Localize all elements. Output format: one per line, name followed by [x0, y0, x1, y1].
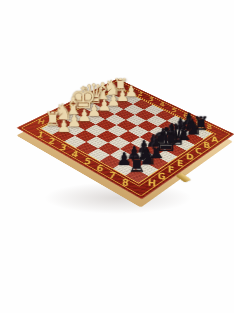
rank-label-near-3: 3	[59, 143, 68, 152]
file-label-far-B: B	[97, 90, 104, 96]
file-label-far-D: D	[78, 99, 86, 106]
rank-label-near-8: 8	[122, 178, 130, 188]
rank-label-near-1: 1	[36, 131, 45, 139]
white-pawn-h2: ♟	[56, 119, 71, 135]
file-label-near-F: F	[167, 165, 174, 174]
rank-label-near-2: 2	[48, 137, 57, 146]
rank-label-near-7: 7	[109, 171, 117, 181]
rank-label-far-7: 7	[195, 118, 201, 125]
file-label-far-A: A	[106, 85, 113, 91]
file-label-far-C: C	[88, 94, 95, 100]
file-label-near-G: G	[157, 172, 165, 182]
rank-label-far-2: 2	[138, 91, 144, 97]
file-label-near-C: C	[194, 147, 201, 156]
file-label-near-H: H	[147, 178, 156, 188]
rank-label-near-4: 4	[71, 150, 80, 159]
file-label-near-A: A	[211, 135, 218, 143]
rank-label-far-8: 8	[207, 124, 213, 131]
file-label-near-B: B	[203, 141, 210, 150]
product-photo: 11AA22BB33CC44DD55EE66FF77GG88HH ♜♟♟♜♞♟♟…	[0, 0, 234, 313]
rank-label-near-5: 5	[83, 157, 91, 166]
file-label-near-D: D	[185, 153, 193, 162]
file-label-near-E: E	[177, 159, 184, 168]
rank-label-far-4: 4	[160, 102, 165, 108]
rank-label-far-1: 1	[127, 86, 133, 92]
black-rook-h8: ♜	[128, 155, 147, 176]
rank-label-near-6: 6	[96, 164, 104, 174]
rank-label-far-5: 5	[172, 107, 177, 113]
rank-label-far-3: 3	[149, 96, 155, 102]
